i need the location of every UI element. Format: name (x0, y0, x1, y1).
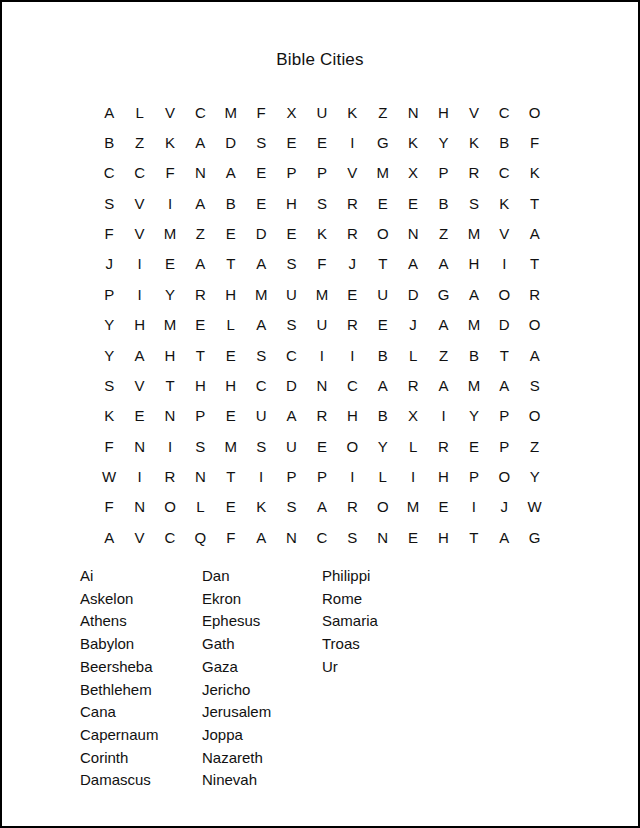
grid-cell: J (489, 492, 519, 522)
grid-cell: M (459, 218, 489, 248)
word-item: Dan (202, 565, 271, 588)
grid-cell: E (337, 279, 367, 309)
grid-cell: I (459, 492, 489, 522)
grid-cell: B (489, 127, 519, 157)
grid-cell: L (185, 492, 215, 522)
grid-cell: S (337, 522, 367, 552)
grid-cell: P (307, 461, 337, 491)
word-item: Corinth (80, 747, 158, 770)
grid-cell: A (519, 218, 549, 248)
grid-cell: H (124, 310, 154, 340)
grid-cell: K (519, 158, 549, 188)
grid-cell: T (216, 249, 246, 279)
grid-cell: Q (185, 522, 215, 552)
grid-cell: R (185, 279, 215, 309)
grid-cell: R (519, 279, 549, 309)
grid-cell: C (489, 97, 519, 127)
wordsearch-grid: ALVCMFXUKZNHVCOBZKADSEEIGKYKBFCCFNAEPPVM… (94, 97, 550, 552)
grid-cell: R (155, 461, 185, 491)
grid-cell: X (398, 158, 428, 188)
word-item: Rome (322, 588, 378, 611)
word-item: Ur (322, 656, 378, 679)
grid-cell: A (307, 492, 337, 522)
grid-cell: H (459, 249, 489, 279)
puzzle-title: Bible Cities (2, 50, 638, 70)
grid-cell: F (519, 127, 549, 157)
grid-cell: H (216, 370, 246, 400)
grid-cell: J (94, 249, 124, 279)
grid-cell: G (368, 127, 398, 157)
grid-cell: Z (428, 218, 458, 248)
grid-cell: A (94, 97, 124, 127)
grid-cell: V (489, 218, 519, 248)
grid-cell: A (428, 249, 458, 279)
grid-cell: O (489, 461, 519, 491)
grid-cell: T (368, 249, 398, 279)
grid-cell: M (246, 279, 276, 309)
grid-cell: M (459, 310, 489, 340)
grid-cell: I (246, 461, 276, 491)
grid-cell: N (185, 158, 215, 188)
grid-cell: T (216, 461, 246, 491)
grid-cell: V (124, 522, 154, 552)
grid-cell: I (489, 249, 519, 279)
grid-cell: E (155, 249, 185, 279)
grid-cell: A (428, 310, 458, 340)
grid-cell: I (155, 188, 185, 218)
grid-cell: M (398, 492, 428, 522)
grid-cell: U (368, 279, 398, 309)
grid-cell: V (155, 97, 185, 127)
grid-cell: L (216, 310, 246, 340)
grid-cell: I (428, 401, 458, 431)
grid-cell: F (94, 218, 124, 248)
grid-cell: E (307, 127, 337, 157)
word-item: Samaria (322, 610, 378, 633)
grid-cell: U (307, 310, 337, 340)
grid-cell: O (489, 279, 519, 309)
grid-cell: L (124, 97, 154, 127)
grid-cell: L (398, 431, 428, 461)
word-item: Ai (80, 565, 158, 588)
grid-cell: N (398, 218, 428, 248)
grid-cell: G (428, 279, 458, 309)
grid-cell: P (276, 158, 306, 188)
grid-cell: S (307, 188, 337, 218)
grid-cell: M (216, 97, 246, 127)
grid-cell: V (459, 97, 489, 127)
grid-cell: P (459, 461, 489, 491)
grid-cell: U (246, 401, 276, 431)
grid-cell: E (428, 492, 458, 522)
grid-cell: Z (368, 97, 398, 127)
grid-cell: H (276, 188, 306, 218)
grid-cell: A (489, 370, 519, 400)
grid-cell: A (368, 370, 398, 400)
grid-cell: A (124, 340, 154, 370)
grid-cell: M (368, 158, 398, 188)
grid-cell: B (428, 188, 458, 218)
grid-cell: O (519, 401, 549, 431)
grid-cell: V (124, 370, 154, 400)
grid-cell: N (124, 431, 154, 461)
grid-cell: L (368, 461, 398, 491)
grid-cell: H (185, 370, 215, 400)
grid-cell: E (124, 401, 154, 431)
grid-cell: V (124, 218, 154, 248)
grid-cell: C (337, 370, 367, 400)
grid-cell: V (124, 188, 154, 218)
grid-cell: P (94, 279, 124, 309)
grid-cell: Y (459, 401, 489, 431)
word-item: Askelon (80, 588, 158, 611)
grid-cell: A (94, 522, 124, 552)
grid-cell: S (246, 127, 276, 157)
grid-cell: E (459, 431, 489, 461)
grid-cell: W (94, 461, 124, 491)
grid-cell: K (307, 218, 337, 248)
word-item: Babylon (80, 633, 158, 656)
word-item: Bethlehem (80, 679, 158, 702)
word-column: DanEkronEphesusGathGazaJerichoJerusalemJ… (202, 565, 271, 792)
grid-cell: Z (428, 340, 458, 370)
grid-cell: M (155, 310, 185, 340)
grid-cell: Y (94, 310, 124, 340)
grid-cell: N (155, 401, 185, 431)
grid-cell: N (307, 370, 337, 400)
grid-cell: O (368, 218, 398, 248)
grid-cell: T (155, 370, 185, 400)
grid-cell: D (216, 127, 246, 157)
grid-cell: P (489, 431, 519, 461)
grid-cell: K (337, 97, 367, 127)
grid-cell: C (185, 97, 215, 127)
grid-cell: N (185, 461, 215, 491)
grid-cell: M (307, 279, 337, 309)
grid-cell: E (276, 127, 306, 157)
grid-cell: N (368, 522, 398, 552)
grid-cell: T (489, 340, 519, 370)
grid-cell: R (337, 492, 367, 522)
grid-cell: E (398, 522, 428, 552)
grid-cell: Z (519, 431, 549, 461)
grid-cell: I (337, 127, 367, 157)
grid-cell: S (246, 431, 276, 461)
grid-cell: K (489, 188, 519, 218)
grid-cell: O (519, 310, 549, 340)
grid-cell: I (124, 279, 154, 309)
grid-cell: S (94, 188, 124, 218)
word-column: AiAskelonAthensBabylonBeershebaBethlehem… (80, 565, 158, 792)
grid-cell: B (216, 188, 246, 218)
grid-cell: B (368, 401, 398, 431)
grid-cell: A (185, 249, 215, 279)
grid-cell: Z (185, 218, 215, 248)
grid-cell: Y (94, 340, 124, 370)
grid-cell: A (519, 340, 549, 370)
grid-cell: X (398, 401, 428, 431)
puzzle-page: Bible Cities ALVCMFXUKZNHVCOBZKADSEEIGKY… (0, 0, 640, 828)
grid-cell: X (276, 97, 306, 127)
grid-cell: E (216, 218, 246, 248)
grid-cell: C (276, 340, 306, 370)
grid-cell: S (276, 249, 306, 279)
grid-cell: I (124, 249, 154, 279)
word-column: PhilippiRomeSamariaTroasUr (322, 565, 378, 679)
grid-cell: O (368, 492, 398, 522)
grid-cell: K (155, 127, 185, 157)
grid-cell: J (337, 249, 367, 279)
grid-cell: F (94, 431, 124, 461)
grid-cell: K (94, 401, 124, 431)
grid-cell: I (337, 340, 367, 370)
grid-cell: F (216, 522, 246, 552)
grid-cell: L (398, 340, 428, 370)
grid-cell: S (519, 370, 549, 400)
grid-cell: C (124, 158, 154, 188)
grid-cell: N (124, 492, 154, 522)
grid-cell: R (307, 401, 337, 431)
grid-cell: U (276, 431, 306, 461)
grid-cell: S (185, 431, 215, 461)
word-item: Troas (322, 633, 378, 656)
grid-cell: K (246, 492, 276, 522)
grid-cell: K (459, 127, 489, 157)
grid-cell: E (398, 188, 428, 218)
word-item: Beersheba (80, 656, 158, 679)
grid-cell: U (276, 279, 306, 309)
word-item: Jerusalem (202, 701, 271, 724)
grid-cell: I (398, 461, 428, 491)
grid-cell: I (155, 431, 185, 461)
grid-cell: H (428, 461, 458, 491)
grid-cell: R (337, 218, 367, 248)
grid-cell: P (307, 158, 337, 188)
grid-cell: Y (155, 279, 185, 309)
grid-cell: S (94, 370, 124, 400)
grid-cell: S (276, 492, 306, 522)
grid-cell: N (276, 522, 306, 552)
grid-cell: P (428, 158, 458, 188)
grid-cell: A (246, 310, 276, 340)
grid-cell: K (398, 127, 428, 157)
grid-cell: F (94, 492, 124, 522)
grid-cell: A (246, 522, 276, 552)
word-item: Gaza (202, 656, 271, 679)
grid-cell: A (185, 188, 215, 218)
grid-cell: E (368, 310, 398, 340)
grid-cell: N (398, 97, 428, 127)
grid-cell: J (398, 310, 428, 340)
word-item: Ninevah (202, 769, 271, 792)
grid-cell: H (337, 401, 367, 431)
word-item: Athens (80, 610, 158, 633)
grid-cell: Z (124, 127, 154, 157)
grid-cell: W (519, 492, 549, 522)
grid-cell: F (155, 158, 185, 188)
grid-cell: P (489, 401, 519, 431)
grid-cell: E (246, 158, 276, 188)
grid-cell: S (246, 340, 276, 370)
grid-cell: Y (428, 127, 458, 157)
grid-cell: H (428, 522, 458, 552)
grid-cell: E (276, 218, 306, 248)
grid-cell: B (368, 340, 398, 370)
grid-cell: Y (368, 431, 398, 461)
grid-cell: F (246, 97, 276, 127)
word-item: Jericho (202, 679, 271, 702)
grid-cell: R (398, 370, 428, 400)
grid-cell: H (155, 340, 185, 370)
grid-cell: B (459, 340, 489, 370)
grid-cell: R (337, 310, 367, 340)
grid-cell: D (398, 279, 428, 309)
grid-cell: Y (519, 461, 549, 491)
grid-cell: A (246, 249, 276, 279)
grid-cell: A (489, 522, 519, 552)
grid-cell: V (337, 158, 367, 188)
grid-cell: T (519, 188, 549, 218)
grid-cell: C (155, 522, 185, 552)
grid-cell: G (519, 522, 549, 552)
word-item: Joppa (202, 724, 271, 747)
grid-cell: P (185, 401, 215, 431)
word-item: Damascus (80, 769, 158, 792)
grid-cell: D (489, 310, 519, 340)
grid-cell: D (276, 370, 306, 400)
word-item: Ephesus (202, 610, 271, 633)
grid-cell: D (246, 218, 276, 248)
grid-cell: F (307, 249, 337, 279)
grid-cell: E (246, 188, 276, 218)
grid-cell: E (368, 188, 398, 218)
grid-cell: A (216, 158, 246, 188)
grid-cell: B (94, 127, 124, 157)
word-item: Capernaum (80, 724, 158, 747)
grid-cell: O (519, 97, 549, 127)
grid-cell: R (428, 431, 458, 461)
grid-cell: I (124, 461, 154, 491)
grid-cell: A (185, 127, 215, 157)
grid-cell: E (216, 340, 246, 370)
grid-cell: H (428, 97, 458, 127)
grid-cell: A (398, 249, 428, 279)
grid-cell: T (519, 249, 549, 279)
grid-cell: I (307, 340, 337, 370)
word-item: Nazareth (202, 747, 271, 770)
grid-cell: A (459, 279, 489, 309)
grid-cell: E (216, 492, 246, 522)
grid-cell: U (307, 97, 337, 127)
grid-cell: C (94, 158, 124, 188)
grid-cell: C (489, 158, 519, 188)
grid-cell: T (185, 340, 215, 370)
grid-cell: C (246, 370, 276, 400)
grid-cell: E (185, 310, 215, 340)
grid-cell: S (276, 310, 306, 340)
grid-cell: M (216, 431, 246, 461)
word-item: Gath (202, 633, 271, 656)
grid-cell: S (459, 188, 489, 218)
grid-cell: M (459, 370, 489, 400)
grid-cell: E (216, 401, 246, 431)
grid-cell: I (337, 461, 367, 491)
word-item: Ekron (202, 588, 271, 611)
grid-cell: O (337, 431, 367, 461)
grid-cell: T (459, 522, 489, 552)
word-item: Cana (80, 701, 158, 724)
grid-cell: E (307, 431, 337, 461)
grid-cell: A (276, 401, 306, 431)
grid-cell: R (459, 158, 489, 188)
word-item: Philippi (322, 565, 378, 588)
grid-cell: O (155, 492, 185, 522)
grid-cell: P (276, 461, 306, 491)
grid-cell: A (428, 370, 458, 400)
grid-cell: M (155, 218, 185, 248)
grid-cell: C (307, 522, 337, 552)
grid-cell: H (216, 279, 246, 309)
grid-cell: R (337, 188, 367, 218)
